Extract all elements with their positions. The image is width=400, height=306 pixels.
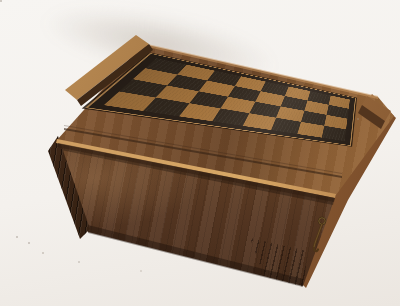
front-bottom-edge-shade [0, 0, 400, 306]
chessboard [85, 53, 356, 146]
lid-seam-shadow [0, 0, 400, 306]
box-left-end-face [0, 0, 400, 306]
finger-joints-right-corner [0, 0, 400, 306]
right-batten-side [0, 0, 400, 306]
lid-far-edge-highlight [0, 0, 400, 306]
box-right-end-face [0, 0, 400, 306]
board-square-r4c6 [271, 118, 301, 134]
dust-specks [0, 0, 2, 2]
right-batten-rail [0, 0, 400, 306]
box-front-face [0, 0, 400, 306]
board-square-r4c8 [322, 126, 346, 141]
board-square-r4c7 [297, 122, 324, 138]
lid-groove-line [0, 0, 400, 306]
left-batten-side [0, 0, 400, 306]
under-lid-shadow [0, 0, 400, 306]
chessboard-grid [104, 58, 350, 141]
brass-hook-clasp [303, 212, 331, 258]
photo-of-folding-chessboard-box [0, 0, 400, 306]
left-batten-rail [0, 0, 400, 306]
lid-near-edge-bevel [0, 0, 400, 306]
box-lid-top [0, 0, 400, 306]
lid-groove-line [0, 0, 400, 306]
